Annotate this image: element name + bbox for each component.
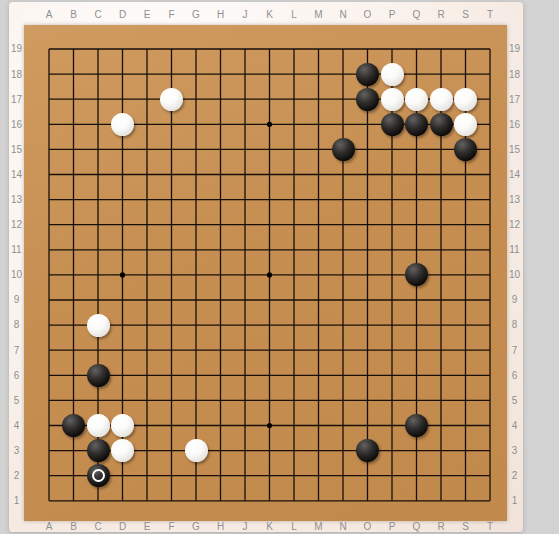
intersection-H1[interactable] xyxy=(208,488,233,513)
intersection-J19[interactable] xyxy=(233,36,258,61)
intersection-J10[interactable] xyxy=(233,262,258,287)
intersection-K15[interactable] xyxy=(257,137,282,162)
intersection-D7[interactable] xyxy=(110,338,135,363)
intersection-N2[interactable] xyxy=(331,463,356,488)
intersection-R13[interactable] xyxy=(429,187,454,212)
intersection-A11[interactable] xyxy=(37,237,62,262)
intersection-A17[interactable] xyxy=(37,87,62,112)
intersection-N17[interactable] xyxy=(331,87,356,112)
intersection-M16[interactable] xyxy=(306,112,331,137)
intersection-L14[interactable] xyxy=(282,162,307,187)
intersection-G19[interactable] xyxy=(184,36,209,61)
intersection-Q10[interactable] xyxy=(404,262,429,287)
intersection-N4[interactable] xyxy=(331,413,356,438)
intersection-P2[interactable] xyxy=(380,463,405,488)
intersection-G12[interactable] xyxy=(184,212,209,237)
intersection-B18[interactable] xyxy=(61,62,86,87)
intersection-O7[interactable] xyxy=(355,338,380,363)
intersection-Q7[interactable] xyxy=(404,338,429,363)
intersection-R3[interactable] xyxy=(429,438,454,463)
intersection-L7[interactable] xyxy=(282,338,307,363)
intersection-Q8[interactable] xyxy=(404,312,429,337)
intersection-G15[interactable] xyxy=(184,137,209,162)
intersection-Q16[interactable] xyxy=(404,112,429,137)
intersection-D5[interactable] xyxy=(110,388,135,413)
intersection-L9[interactable] xyxy=(282,287,307,312)
intersection-O9[interactable] xyxy=(355,287,380,312)
intersection-Q5[interactable] xyxy=(404,388,429,413)
intersection-B14[interactable] xyxy=(61,162,86,187)
intersection-B16[interactable] xyxy=(61,112,86,137)
intersection-N19[interactable] xyxy=(331,36,356,61)
intersection-R7[interactable] xyxy=(429,338,454,363)
intersection-B10[interactable] xyxy=(61,262,86,287)
intersection-P12[interactable] xyxy=(380,212,405,237)
intersection-O15[interactable] xyxy=(355,137,380,162)
intersection-G1[interactable] xyxy=(184,488,209,513)
intersection-E5[interactable] xyxy=(135,388,160,413)
intersection-B9[interactable] xyxy=(61,287,86,312)
intersection-L19[interactable] xyxy=(282,36,307,61)
intersection-F19[interactable] xyxy=(159,36,184,61)
intersection-T7[interactable] xyxy=(478,338,503,363)
intersection-L5[interactable] xyxy=(282,388,307,413)
intersection-B3[interactable] xyxy=(61,438,86,463)
intersection-B8[interactable] xyxy=(61,312,86,337)
intersection-O6[interactable] xyxy=(355,363,380,388)
intersection-S19[interactable] xyxy=(453,36,478,61)
intersection-F2[interactable] xyxy=(159,463,184,488)
intersection-K12[interactable] xyxy=(257,212,282,237)
intersection-T18[interactable] xyxy=(478,62,503,87)
intersection-E14[interactable] xyxy=(135,162,160,187)
intersection-O2[interactable] xyxy=(355,463,380,488)
intersection-C14[interactable] xyxy=(86,162,111,187)
intersection-S1[interactable] xyxy=(453,488,478,513)
intersection-T13[interactable] xyxy=(478,187,503,212)
intersection-L1[interactable] xyxy=(282,488,307,513)
intersection-P3[interactable] xyxy=(380,438,405,463)
intersection-G3[interactable] xyxy=(184,438,209,463)
intersection-E3[interactable] xyxy=(135,438,160,463)
intersection-H3[interactable] xyxy=(208,438,233,463)
intersection-H15[interactable] xyxy=(208,137,233,162)
intersection-J15[interactable] xyxy=(233,137,258,162)
intersection-E6[interactable] xyxy=(135,363,160,388)
intersection-A4[interactable] xyxy=(37,413,62,438)
intersection-R4[interactable] xyxy=(429,413,454,438)
intersection-O1[interactable] xyxy=(355,488,380,513)
intersection-E13[interactable] xyxy=(135,187,160,212)
intersection-O16[interactable] xyxy=(355,112,380,137)
intersection-K8[interactable] xyxy=(257,312,282,337)
intersection-J6[interactable] xyxy=(233,363,258,388)
intersection-A1[interactable] xyxy=(37,488,62,513)
intersection-F12[interactable] xyxy=(159,212,184,237)
intersection-M11[interactable] xyxy=(306,237,331,262)
intersection-T17[interactable] xyxy=(478,87,503,112)
intersection-E4[interactable] xyxy=(135,413,160,438)
intersection-M4[interactable] xyxy=(306,413,331,438)
intersection-S4[interactable] xyxy=(453,413,478,438)
intersection-H13[interactable] xyxy=(208,187,233,212)
intersection-S10[interactable] xyxy=(453,262,478,287)
intersection-M1[interactable] xyxy=(306,488,331,513)
intersection-K9[interactable] xyxy=(257,287,282,312)
intersection-H14[interactable] xyxy=(208,162,233,187)
intersection-Q12[interactable] xyxy=(404,212,429,237)
intersection-F8[interactable] xyxy=(159,312,184,337)
intersection-N18[interactable] xyxy=(331,62,356,87)
intersection-A9[interactable] xyxy=(37,287,62,312)
intersection-Q17[interactable] xyxy=(404,87,429,112)
intersection-A14[interactable] xyxy=(37,162,62,187)
intersection-S16[interactable] xyxy=(453,112,478,137)
intersection-E1[interactable] xyxy=(135,488,160,513)
intersection-Q11[interactable] xyxy=(404,237,429,262)
intersection-D4[interactable] xyxy=(110,413,135,438)
intersection-Q19[interactable] xyxy=(404,36,429,61)
intersection-O3[interactable] xyxy=(355,438,380,463)
intersection-J14[interactable] xyxy=(233,162,258,187)
intersection-K7[interactable] xyxy=(257,338,282,363)
intersection-E16[interactable] xyxy=(135,112,160,137)
intersection-B5[interactable] xyxy=(61,388,86,413)
intersection-C18[interactable] xyxy=(86,62,111,87)
intersection-D9[interactable] xyxy=(110,287,135,312)
intersection-E12[interactable] xyxy=(135,212,160,237)
intersection-H12[interactable] xyxy=(208,212,233,237)
intersection-C1[interactable] xyxy=(86,488,111,513)
intersection-J8[interactable] xyxy=(233,312,258,337)
intersection-E7[interactable] xyxy=(135,338,160,363)
intersection-P1[interactable] xyxy=(380,488,405,513)
intersection-H5[interactable] xyxy=(208,388,233,413)
intersection-T14[interactable] xyxy=(478,162,503,187)
intersection-S17[interactable] xyxy=(453,87,478,112)
intersection-H19[interactable] xyxy=(208,36,233,61)
intersection-E11[interactable] xyxy=(135,237,160,262)
intersection-C15[interactable] xyxy=(86,137,111,162)
intersection-A13[interactable] xyxy=(37,187,62,212)
intersection-B19[interactable] xyxy=(61,36,86,61)
intersection-G9[interactable] xyxy=(184,287,209,312)
intersection-K16[interactable] xyxy=(257,112,282,137)
intersection-F10[interactable] xyxy=(159,262,184,287)
intersection-T11[interactable] xyxy=(478,237,503,262)
intersection-T15[interactable] xyxy=(478,137,503,162)
intersection-S5[interactable] xyxy=(453,388,478,413)
intersection-A8[interactable] xyxy=(37,312,62,337)
intersection-D6[interactable] xyxy=(110,363,135,388)
intersection-L13[interactable] xyxy=(282,187,307,212)
intersection-O14[interactable] xyxy=(355,162,380,187)
intersection-C2[interactable] xyxy=(86,463,111,488)
intersection-C6[interactable] xyxy=(86,363,111,388)
intersection-D19[interactable] xyxy=(110,36,135,61)
intersection-P4[interactable] xyxy=(380,413,405,438)
intersection-N5[interactable] xyxy=(331,388,356,413)
intersection-P14[interactable] xyxy=(380,162,405,187)
intersection-E10[interactable] xyxy=(135,262,160,287)
intersection-A7[interactable] xyxy=(37,338,62,363)
intersection-M7[interactable] xyxy=(306,338,331,363)
intersection-T12[interactable] xyxy=(478,212,503,237)
intersection-K5[interactable] xyxy=(257,388,282,413)
intersection-S7[interactable] xyxy=(453,338,478,363)
intersection-G7[interactable] xyxy=(184,338,209,363)
intersection-R10[interactable] xyxy=(429,262,454,287)
intersection-M14[interactable] xyxy=(306,162,331,187)
intersection-N11[interactable] xyxy=(331,237,356,262)
intersection-C19[interactable] xyxy=(86,36,111,61)
intersection-F14[interactable] xyxy=(159,162,184,187)
intersection-D2[interactable] xyxy=(110,463,135,488)
intersection-Q14[interactable] xyxy=(404,162,429,187)
intersection-E15[interactable] xyxy=(135,137,160,162)
intersection-A2[interactable] xyxy=(37,463,62,488)
intersection-D15[interactable] xyxy=(110,137,135,162)
intersection-D18[interactable] xyxy=(110,62,135,87)
intersection-T1[interactable] xyxy=(478,488,503,513)
intersection-F7[interactable] xyxy=(159,338,184,363)
intersection-H2[interactable] xyxy=(208,463,233,488)
intersection-G17[interactable] xyxy=(184,87,209,112)
intersection-R15[interactable] xyxy=(429,137,454,162)
intersection-J12[interactable] xyxy=(233,212,258,237)
intersection-N16[interactable] xyxy=(331,112,356,137)
intersection-T3[interactable] xyxy=(478,438,503,463)
intersection-N14[interactable] xyxy=(331,162,356,187)
intersection-Q9[interactable] xyxy=(404,287,429,312)
intersection-G14[interactable] xyxy=(184,162,209,187)
intersection-F16[interactable] xyxy=(159,112,184,137)
intersection-D12[interactable] xyxy=(110,212,135,237)
intersection-P19[interactable] xyxy=(380,36,405,61)
intersection-N15[interactable] xyxy=(331,137,356,162)
intersection-K6[interactable] xyxy=(257,363,282,388)
intersection-H17[interactable] xyxy=(208,87,233,112)
intersection-C4[interactable] xyxy=(86,413,111,438)
intersection-H16[interactable] xyxy=(208,112,233,137)
intersection-S12[interactable] xyxy=(453,212,478,237)
intersection-B1[interactable] xyxy=(61,488,86,513)
intersection-B12[interactable] xyxy=(61,212,86,237)
intersection-K10[interactable] xyxy=(257,262,282,287)
intersection-F3[interactable] xyxy=(159,438,184,463)
intersection-M6[interactable] xyxy=(306,363,331,388)
intersection-N8[interactable] xyxy=(331,312,356,337)
intersection-N6[interactable] xyxy=(331,363,356,388)
intersection-M12[interactable] xyxy=(306,212,331,237)
intersection-D17[interactable] xyxy=(110,87,135,112)
intersection-S15[interactable] xyxy=(453,137,478,162)
intersection-T4[interactable] xyxy=(478,413,503,438)
intersection-Q18[interactable] xyxy=(404,62,429,87)
intersection-N3[interactable] xyxy=(331,438,356,463)
intersection-F1[interactable] xyxy=(159,488,184,513)
intersection-R1[interactable] xyxy=(429,488,454,513)
intersection-P11[interactable] xyxy=(380,237,405,262)
intersection-K14[interactable] xyxy=(257,162,282,187)
intersection-K17[interactable] xyxy=(257,87,282,112)
intersection-C13[interactable] xyxy=(86,187,111,212)
intersection-R5[interactable] xyxy=(429,388,454,413)
intersection-T19[interactable] xyxy=(478,36,503,61)
intersection-O18[interactable] xyxy=(355,62,380,87)
intersection-G8[interactable] xyxy=(184,312,209,337)
intersection-S18[interactable] xyxy=(453,62,478,87)
intersection-G10[interactable] xyxy=(184,262,209,287)
intersection-R14[interactable] xyxy=(429,162,454,187)
intersection-M10[interactable] xyxy=(306,262,331,287)
intersection-J9[interactable] xyxy=(233,287,258,312)
intersection-P7[interactable] xyxy=(380,338,405,363)
intersection-L17[interactable] xyxy=(282,87,307,112)
intersection-D13[interactable] xyxy=(110,187,135,212)
intersection-H11[interactable] xyxy=(208,237,233,262)
intersection-C5[interactable] xyxy=(86,388,111,413)
intersection-P9[interactable] xyxy=(380,287,405,312)
intersection-F9[interactable] xyxy=(159,287,184,312)
intersection-H6[interactable] xyxy=(208,363,233,388)
intersection-O13[interactable] xyxy=(355,187,380,212)
intersection-N1[interactable] xyxy=(331,488,356,513)
intersection-S11[interactable] xyxy=(453,237,478,262)
intersection-N10[interactable] xyxy=(331,262,356,287)
intersection-D16[interactable] xyxy=(110,112,135,137)
intersection-T5[interactable] xyxy=(478,388,503,413)
intersection-F15[interactable] xyxy=(159,137,184,162)
intersection-P15[interactable] xyxy=(380,137,405,162)
intersection-M17[interactable] xyxy=(306,87,331,112)
intersection-F17[interactable] xyxy=(159,87,184,112)
intersection-M3[interactable] xyxy=(306,438,331,463)
intersection-Q13[interactable] xyxy=(404,187,429,212)
intersection-B4[interactable] xyxy=(61,413,86,438)
intersection-T9[interactable] xyxy=(478,287,503,312)
intersection-A16[interactable] xyxy=(37,112,62,137)
intersection-T2[interactable] xyxy=(478,463,503,488)
intersection-J16[interactable] xyxy=(233,112,258,137)
intersection-S13[interactable] xyxy=(453,187,478,212)
intersection-E9[interactable] xyxy=(135,287,160,312)
intersection-M5[interactable] xyxy=(306,388,331,413)
intersection-C9[interactable] xyxy=(86,287,111,312)
intersection-K3[interactable] xyxy=(257,438,282,463)
intersection-N7[interactable] xyxy=(331,338,356,363)
intersection-J2[interactable] xyxy=(233,463,258,488)
intersection-H4[interactable] xyxy=(208,413,233,438)
intersection-B2[interactable] xyxy=(61,463,86,488)
intersection-F6[interactable] xyxy=(159,363,184,388)
intersection-F11[interactable] xyxy=(159,237,184,262)
intersection-G2[interactable] xyxy=(184,463,209,488)
intersection-E18[interactable] xyxy=(135,62,160,87)
intersection-J7[interactable] xyxy=(233,338,258,363)
intersection-G4[interactable] xyxy=(184,413,209,438)
intersection-C12[interactable] xyxy=(86,212,111,237)
intersection-N12[interactable] xyxy=(331,212,356,237)
intersection-Q2[interactable] xyxy=(404,463,429,488)
intersection-G6[interactable] xyxy=(184,363,209,388)
intersection-A10[interactable] xyxy=(37,262,62,287)
intersection-G13[interactable] xyxy=(184,187,209,212)
intersection-G11[interactable] xyxy=(184,237,209,262)
intersection-H8[interactable] xyxy=(208,312,233,337)
intersection-Q15[interactable] xyxy=(404,137,429,162)
intersection-K13[interactable] xyxy=(257,187,282,212)
intersection-J13[interactable] xyxy=(233,187,258,212)
intersection-O11[interactable] xyxy=(355,237,380,262)
intersection-O19[interactable] xyxy=(355,36,380,61)
intersection-R17[interactable] xyxy=(429,87,454,112)
intersection-T10[interactable] xyxy=(478,262,503,287)
intersection-A6[interactable] xyxy=(37,363,62,388)
intersection-E17[interactable] xyxy=(135,87,160,112)
intersection-J11[interactable] xyxy=(233,237,258,262)
intersection-L4[interactable] xyxy=(282,413,307,438)
intersection-G5[interactable] xyxy=(184,388,209,413)
intersection-F13[interactable] xyxy=(159,187,184,212)
intersection-O8[interactable] xyxy=(355,312,380,337)
intersection-D1[interactable] xyxy=(110,488,135,513)
intersection-B11[interactable] xyxy=(61,237,86,262)
intersection-B13[interactable] xyxy=(61,187,86,212)
intersection-Q3[interactable] xyxy=(404,438,429,463)
intersection-L2[interactable] xyxy=(282,463,307,488)
intersection-R12[interactable] xyxy=(429,212,454,237)
intersection-L18[interactable] xyxy=(282,62,307,87)
intersection-H18[interactable] xyxy=(208,62,233,87)
intersection-F4[interactable] xyxy=(159,413,184,438)
intersection-C7[interactable] xyxy=(86,338,111,363)
intersection-M9[interactable] xyxy=(306,287,331,312)
intersection-O12[interactable] xyxy=(355,212,380,237)
intersection-A3[interactable] xyxy=(37,438,62,463)
intersection-A18[interactable] xyxy=(37,62,62,87)
intersection-Q4[interactable] xyxy=(404,413,429,438)
intersection-R6[interactable] xyxy=(429,363,454,388)
intersection-N13[interactable] xyxy=(331,187,356,212)
intersection-Q6[interactable] xyxy=(404,363,429,388)
intersection-M19[interactable] xyxy=(306,36,331,61)
intersection-S3[interactable] xyxy=(453,438,478,463)
intersection-D3[interactable] xyxy=(110,438,135,463)
intersection-O4[interactable] xyxy=(355,413,380,438)
intersection-P10[interactable] xyxy=(380,262,405,287)
intersection-C17[interactable] xyxy=(86,87,111,112)
intersection-P8[interactable] xyxy=(380,312,405,337)
intersection-M15[interactable] xyxy=(306,137,331,162)
intersection-E19[interactable] xyxy=(135,36,160,61)
intersection-C10[interactable] xyxy=(86,262,111,287)
intersection-K19[interactable] xyxy=(257,36,282,61)
intersection-H10[interactable] xyxy=(208,262,233,287)
intersection-S6[interactable] xyxy=(453,363,478,388)
intersection-L12[interactable] xyxy=(282,212,307,237)
intersection-T6[interactable] xyxy=(478,363,503,388)
intersection-R16[interactable] xyxy=(429,112,454,137)
intersection-R8[interactable] xyxy=(429,312,454,337)
intersection-M2[interactable] xyxy=(306,463,331,488)
intersection-O17[interactable] xyxy=(355,87,380,112)
intersection-L15[interactable] xyxy=(282,137,307,162)
intersection-L3[interactable] xyxy=(282,438,307,463)
intersection-A19[interactable] xyxy=(37,36,62,61)
intersection-P16[interactable] xyxy=(380,112,405,137)
intersection-B17[interactable] xyxy=(61,87,86,112)
